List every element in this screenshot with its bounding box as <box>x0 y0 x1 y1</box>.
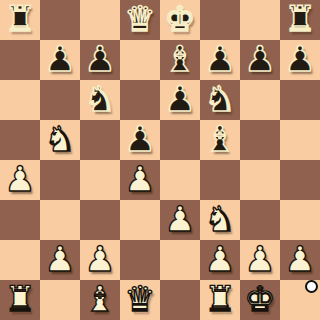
piece-white-pawn[interactable]: ♟ <box>44 239 75 279</box>
square-c8[interactable] <box>80 0 120 40</box>
square-c2[interactable]: ♟ <box>80 240 120 280</box>
square-d5[interactable]: ♟ <box>120 120 160 160</box>
square-a7[interactable] <box>0 40 40 80</box>
square-g5[interactable] <box>240 120 280 160</box>
square-b5[interactable]: ♞ <box>40 120 80 160</box>
square-d7[interactable] <box>120 40 160 80</box>
square-d3[interactable] <box>120 200 160 240</box>
piece-black-king[interactable]: ♚ <box>164 0 195 39</box>
piece-white-pawn[interactable]: ♟ <box>204 239 235 279</box>
square-a4[interactable]: ♟ <box>0 160 40 200</box>
square-f2[interactable]: ♟ <box>200 240 240 280</box>
piece-white-rook[interactable]: ♜ <box>204 279 235 319</box>
square-e6[interactable]: ♟ <box>160 80 200 120</box>
square-g1[interactable]: ♚ <box>240 280 280 320</box>
piece-black-knight[interactable]: ♞ <box>84 79 115 119</box>
piece-white-knight[interactable]: ♞ <box>44 119 75 159</box>
piece-white-king[interactable]: ♚ <box>244 279 275 319</box>
piece-black-pawn[interactable]: ♟ <box>204 39 235 79</box>
chess-board: ♜♛♚♜♟♟♝♟♟♟♞♟♞♞♟♝♟♟♟♞♟♟♟♟♟♜♝♛♜♚ <box>0 0 320 320</box>
square-f7[interactable]: ♟ <box>200 40 240 80</box>
square-b8[interactable] <box>40 0 80 40</box>
square-a5[interactable] <box>0 120 40 160</box>
square-e3[interactable]: ♟ <box>160 200 200 240</box>
piece-white-pawn[interactable]: ♟ <box>244 239 275 279</box>
square-g7[interactable]: ♟ <box>240 40 280 80</box>
square-a8[interactable]: ♜ <box>0 0 40 40</box>
piece-white-pawn[interactable]: ♟ <box>164 199 195 239</box>
square-b7[interactable]: ♟ <box>40 40 80 80</box>
square-g6[interactable] <box>240 80 280 120</box>
square-d8[interactable]: ♛ <box>120 0 160 40</box>
piece-black-bishop[interactable]: ♝ <box>204 119 235 159</box>
square-d4[interactable]: ♟ <box>120 160 160 200</box>
square-h4[interactable] <box>280 160 320 200</box>
square-f6[interactable]: ♞ <box>200 80 240 120</box>
square-c5[interactable] <box>80 120 120 160</box>
side-to-move-indicator <box>305 280 318 293</box>
piece-white-queen[interactable]: ♛ <box>124 279 155 319</box>
piece-white-knight[interactable]: ♞ <box>204 199 235 239</box>
square-f8[interactable] <box>200 0 240 40</box>
piece-white-pawn[interactable]: ♟ <box>284 239 315 279</box>
square-g2[interactable]: ♟ <box>240 240 280 280</box>
square-h6[interactable] <box>280 80 320 120</box>
square-c4[interactable] <box>80 160 120 200</box>
piece-black-queen[interactable]: ♛ <box>124 0 155 39</box>
square-d1[interactable]: ♛ <box>120 280 160 320</box>
square-h2[interactable]: ♟ <box>280 240 320 280</box>
piece-black-bishop[interactable]: ♝ <box>164 39 195 79</box>
square-h8[interactable]: ♜ <box>280 0 320 40</box>
square-g8[interactable] <box>240 0 280 40</box>
square-b4[interactable] <box>40 160 80 200</box>
piece-black-knight[interactable]: ♞ <box>204 79 235 119</box>
chess-app: ♜♛♚♜♟♟♝♟♟♟♞♟♞♞♟♝♟♟♟♞♟♟♟♟♟♜♝♛♜♚ <box>0 0 320 320</box>
square-d6[interactable] <box>120 80 160 120</box>
square-b3[interactable] <box>40 200 80 240</box>
piece-black-pawn[interactable]: ♟ <box>284 39 315 79</box>
piece-black-pawn[interactable]: ♟ <box>44 39 75 79</box>
square-c7[interactable]: ♟ <box>80 40 120 80</box>
square-f4[interactable] <box>200 160 240 200</box>
square-h3[interactable] <box>280 200 320 240</box>
square-f3[interactable]: ♞ <box>200 200 240 240</box>
square-a6[interactable] <box>0 80 40 120</box>
square-e5[interactable] <box>160 120 200 160</box>
square-e1[interactable] <box>160 280 200 320</box>
piece-black-rook[interactable]: ♜ <box>4 0 35 39</box>
piece-black-pawn[interactable]: ♟ <box>164 79 195 119</box>
piece-black-pawn[interactable]: ♟ <box>84 39 115 79</box>
square-b6[interactable] <box>40 80 80 120</box>
square-h5[interactable] <box>280 120 320 160</box>
square-f5[interactable]: ♝ <box>200 120 240 160</box>
square-b1[interactable] <box>40 280 80 320</box>
square-h7[interactable]: ♟ <box>280 40 320 80</box>
square-c1[interactable]: ♝ <box>80 280 120 320</box>
square-a3[interactable] <box>0 200 40 240</box>
square-c3[interactable] <box>80 200 120 240</box>
square-e8[interactable]: ♚ <box>160 0 200 40</box>
square-c6[interactable]: ♞ <box>80 80 120 120</box>
square-d2[interactable] <box>120 240 160 280</box>
piece-white-bishop[interactable]: ♝ <box>84 279 115 319</box>
square-g3[interactable] <box>240 200 280 240</box>
piece-white-pawn[interactable]: ♟ <box>4 159 35 199</box>
piece-white-pawn[interactable]: ♟ <box>124 159 155 199</box>
piece-white-rook[interactable]: ♜ <box>4 279 35 319</box>
square-g4[interactable] <box>240 160 280 200</box>
square-a2[interactable] <box>0 240 40 280</box>
square-a1[interactable]: ♜ <box>0 280 40 320</box>
square-f1[interactable]: ♜ <box>200 280 240 320</box>
piece-black-pawn[interactable]: ♟ <box>244 39 275 79</box>
square-e7[interactable]: ♝ <box>160 40 200 80</box>
piece-white-pawn[interactable]: ♟ <box>84 239 115 279</box>
piece-black-pawn[interactable]: ♟ <box>124 119 155 159</box>
square-e4[interactable] <box>160 160 200 200</box>
piece-black-rook[interactable]: ♜ <box>284 0 315 39</box>
square-e2[interactable] <box>160 240 200 280</box>
square-b2[interactable]: ♟ <box>40 240 80 280</box>
